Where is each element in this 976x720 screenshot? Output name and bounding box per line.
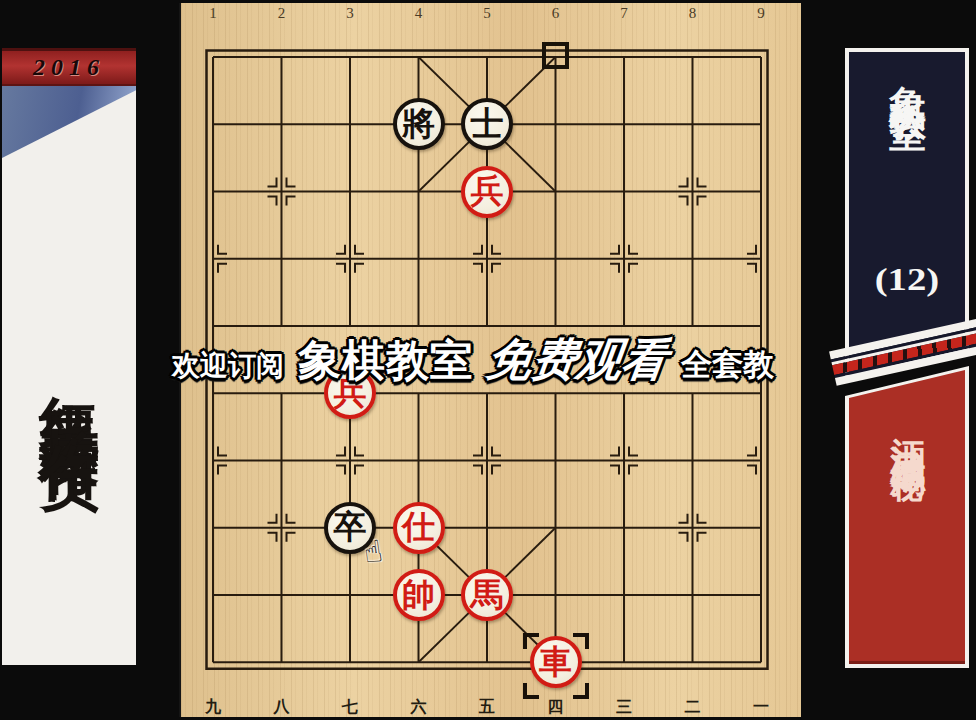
video-frame: 123456789 九八七六五四三二一 將士兵兵卒仕帥馬車 欢迎订阅 象棋教室 … (0, 0, 976, 720)
file-label-bottom: 二 (679, 697, 707, 718)
right-banner-top-title: 象棋教室 (849, 56, 965, 92)
left-banner-text: 红先黑后长将作负 (2, 100, 136, 660)
file-label-bottom: 六 (405, 697, 433, 718)
subtitle-segment: 免费观看 (484, 330, 671, 390)
piece-red-soldier[interactable]: 兵 (461, 166, 513, 218)
subtitle-segment: 欢迎订阅 (172, 347, 284, 385)
file-label-bottom: 一 (747, 697, 775, 718)
piece-red-horse[interactable]: 馬 (461, 569, 513, 621)
last-move-from-marker (542, 42, 569, 69)
file-label-bottom: 七 (336, 697, 364, 718)
file-label-top: 4 (405, 5, 433, 22)
file-label-top: 5 (473, 5, 501, 22)
year-badge: 2016 (2, 48, 136, 86)
file-label-top: 3 (336, 5, 364, 22)
right-banner-bottom-title: 江湖残局揭秘 (849, 410, 965, 446)
file-label-bottom: 四 (542, 697, 570, 718)
piece-black-advisor[interactable]: 士 (461, 98, 513, 150)
episode-number: (12) (835, 262, 976, 298)
piece-red-advisor[interactable]: 仕 (393, 502, 445, 554)
piece-red-chariot[interactable]: 車 (530, 636, 582, 688)
subtitle-segment: 象棋教室 (298, 332, 474, 390)
file-label-top: 7 (610, 5, 638, 22)
file-label-top: 2 (268, 5, 296, 22)
file-label-top: 8 (679, 5, 707, 22)
file-label-bottom: 八 (268, 697, 296, 718)
right-banner-bottom: 江湖残局揭秘 (845, 366, 969, 668)
file-label-top: 6 (542, 5, 570, 22)
right-banner-bottom-card: 江湖残局揭秘 (849, 370, 965, 664)
subtitle-overlay: 欢迎订阅 象棋教室 免费观看 全套教 (172, 330, 774, 386)
file-label-bottom: 三 (610, 697, 638, 718)
file-label-top: 1 (199, 5, 227, 22)
left-banner: 2016 红先黑后长将作负 (2, 48, 136, 665)
piece-red-general[interactable]: 帥 (393, 569, 445, 621)
file-label-bottom: 九 (199, 697, 227, 718)
file-label-top: 9 (747, 5, 775, 22)
file-label-bottom: 五 (473, 697, 501, 718)
subtitle-segment: 全套教 (681, 344, 774, 386)
piece-black-general[interactable]: 將 (393, 98, 445, 150)
